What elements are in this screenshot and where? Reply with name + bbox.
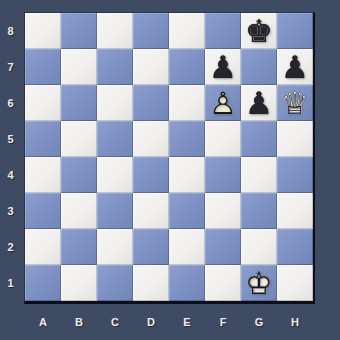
- square-c5[interactable]: [97, 121, 133, 157]
- file-label-a: A: [25, 314, 61, 330]
- square-g6[interactable]: ♟: [241, 85, 277, 121]
- white-queen: ♕: [277, 85, 313, 121]
- square-e4[interactable]: [169, 157, 205, 193]
- square-d4[interactable]: [133, 157, 169, 193]
- white-pawn: ♙: [205, 85, 241, 121]
- square-f5[interactable]: [205, 121, 241, 157]
- square-h4[interactable]: [277, 157, 313, 193]
- black-pawn: ♟: [241, 85, 277, 121]
- square-e3[interactable]: [169, 193, 205, 229]
- file-labels: ABCDEFGH: [25, 314, 313, 330]
- file-label-e: E: [169, 314, 205, 330]
- square-a7[interactable]: [25, 49, 61, 85]
- square-e1[interactable]: [169, 265, 205, 301]
- square-g5[interactable]: [241, 121, 277, 157]
- file-label-b: B: [61, 314, 97, 330]
- square-a3[interactable]: [25, 193, 61, 229]
- square-g1[interactable]: ♚♔: [241, 265, 277, 301]
- chess-board: ♚♟♟♟♙♟♛♕♚♔: [24, 12, 315, 304]
- square-g2[interactable]: [241, 229, 277, 265]
- square-c6[interactable]: [97, 85, 133, 121]
- rank-label-2: 2: [0, 229, 21, 265]
- black-pawn: ♟: [277, 49, 313, 85]
- rank-label-3: 3: [0, 193, 21, 229]
- white-pawn-fill: ♟: [205, 85, 241, 121]
- square-f8[interactable]: [205, 13, 241, 49]
- rank-label-7: 7: [0, 49, 21, 85]
- square-h8[interactable]: [277, 13, 313, 49]
- square-a6[interactable]: [25, 85, 61, 121]
- square-g4[interactable]: [241, 157, 277, 193]
- square-c1[interactable]: [97, 265, 133, 301]
- square-f1[interactable]: [205, 265, 241, 301]
- square-d1[interactable]: [133, 265, 169, 301]
- square-d6[interactable]: [133, 85, 169, 121]
- square-f4[interactable]: [205, 157, 241, 193]
- file-label-g: G: [241, 314, 277, 330]
- square-g3[interactable]: [241, 193, 277, 229]
- square-g8[interactable]: ♚: [241, 13, 277, 49]
- black-king: ♚: [241, 13, 277, 49]
- rank-label-8: 8: [0, 13, 21, 49]
- square-c4[interactable]: [97, 157, 133, 193]
- square-b8[interactable]: [61, 13, 97, 49]
- file-label-h: H: [277, 314, 313, 330]
- square-d8[interactable]: [133, 13, 169, 49]
- white-queen-fill: ♛: [277, 85, 313, 121]
- square-d5[interactable]: [133, 121, 169, 157]
- square-b3[interactable]: [61, 193, 97, 229]
- square-a5[interactable]: [25, 121, 61, 157]
- black-pawn: ♟: [205, 49, 241, 85]
- square-c8[interactable]: [97, 13, 133, 49]
- square-f3[interactable]: [205, 193, 241, 229]
- square-d3[interactable]: [133, 193, 169, 229]
- square-g7[interactable]: [241, 49, 277, 85]
- file-label-c: C: [97, 314, 133, 330]
- square-e7[interactable]: [169, 49, 205, 85]
- square-f2[interactable]: [205, 229, 241, 265]
- file-label-d: D: [133, 314, 169, 330]
- square-b6[interactable]: [61, 85, 97, 121]
- rank-label-6: 6: [0, 85, 21, 121]
- square-a1[interactable]: [25, 265, 61, 301]
- square-a2[interactable]: [25, 229, 61, 265]
- square-a4[interactable]: [25, 157, 61, 193]
- square-b4[interactable]: [61, 157, 97, 193]
- rank-label-1: 1: [0, 265, 21, 301]
- square-h2[interactable]: [277, 229, 313, 265]
- square-b5[interactable]: [61, 121, 97, 157]
- rank-label-4: 4: [0, 157, 21, 193]
- square-e2[interactable]: [169, 229, 205, 265]
- square-h5[interactable]: [277, 121, 313, 157]
- square-e8[interactable]: [169, 13, 205, 49]
- square-c2[interactable]: [97, 229, 133, 265]
- file-label-f: F: [205, 314, 241, 330]
- square-a8[interactable]: [25, 13, 61, 49]
- square-d2[interactable]: [133, 229, 169, 265]
- square-h3[interactable]: [277, 193, 313, 229]
- square-e5[interactable]: [169, 121, 205, 157]
- square-d7[interactable]: [133, 49, 169, 85]
- white-king-fill: ♚: [241, 265, 277, 301]
- square-f6[interactable]: ♟♙: [205, 85, 241, 121]
- square-b2[interactable]: [61, 229, 97, 265]
- white-king: ♔: [241, 265, 277, 301]
- square-b1[interactable]: [61, 265, 97, 301]
- rank-labels: 87654321: [0, 13, 21, 301]
- rank-label-5: 5: [0, 121, 21, 157]
- square-c3[interactable]: [97, 193, 133, 229]
- square-c7[interactable]: [97, 49, 133, 85]
- square-h1[interactable]: [277, 265, 313, 301]
- square-h6[interactable]: ♛♕: [277, 85, 313, 121]
- square-f7[interactable]: ♟: [205, 49, 241, 85]
- square-e6[interactable]: [169, 85, 205, 121]
- square-h7[interactable]: ♟: [277, 49, 313, 85]
- square-b7[interactable]: [61, 49, 97, 85]
